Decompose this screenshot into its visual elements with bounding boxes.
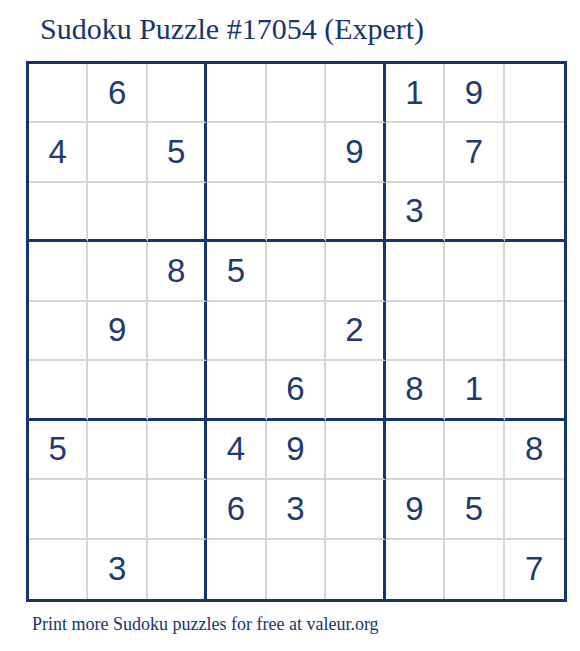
sudoku-cell-r6c4 [207, 361, 266, 420]
sudoku-cell-r6c2 [88, 361, 147, 420]
sudoku-cell-r3c9 [505, 183, 564, 242]
sudoku-cell-r5c5 [267, 302, 326, 361]
sudoku-cell-r1c3 [148, 64, 207, 123]
sudoku-cell-r6c6 [326, 361, 385, 420]
sudoku-cell-r8c8: 5 [445, 480, 504, 539]
sudoku-cell-r9c1 [29, 540, 88, 599]
sudoku-cell-r5c9 [505, 302, 564, 361]
sudoku-cell-r7c9: 8 [505, 421, 564, 480]
sudoku-cell-r7c2 [88, 421, 147, 480]
sudoku-cell-r2c6: 9 [326, 123, 385, 182]
page-title: Sudoku Puzzle #17054 (Expert) [40, 12, 424, 46]
sudoku-cell-r9c6 [326, 540, 385, 599]
sudoku-cell-r4c3: 8 [148, 242, 207, 301]
sudoku-cell-r1c6 [326, 64, 385, 123]
sudoku-cell-r3c1 [29, 183, 88, 242]
sudoku-cell-r9c8 [445, 540, 504, 599]
sudoku-cell-r1c5 [267, 64, 326, 123]
sudoku-cell-r9c7 [386, 540, 445, 599]
sudoku-cell-r7c5: 9 [267, 421, 326, 480]
sudoku-cell-r3c3 [148, 183, 207, 242]
sudoku-cell-r4c7 [386, 242, 445, 301]
sudoku-cell-r3c2 [88, 183, 147, 242]
sudoku-page: Sudoku Puzzle #17054 (Expert) 6194597385… [0, 0, 580, 651]
sudoku-cell-r6c1 [29, 361, 88, 420]
sudoku-cell-r3c4 [207, 183, 266, 242]
sudoku-cell-r9c5 [267, 540, 326, 599]
sudoku-cell-r8c9 [505, 480, 564, 539]
sudoku-cell-r5c8 [445, 302, 504, 361]
sudoku-cell-r1c7: 1 [386, 64, 445, 123]
sudoku-cell-r5c4 [207, 302, 266, 361]
sudoku-cell-r1c8: 9 [445, 64, 504, 123]
sudoku-cell-r4c6 [326, 242, 385, 301]
sudoku-cell-r1c4 [207, 64, 266, 123]
sudoku-cell-r7c8 [445, 421, 504, 480]
sudoku-cell-r9c4 [207, 540, 266, 599]
sudoku-cell-r2c5 [267, 123, 326, 182]
footer-text: Print more Sudoku puzzles for free at va… [32, 614, 379, 635]
sudoku-cell-r9c2: 3 [88, 540, 147, 599]
sudoku-cell-r5c1 [29, 302, 88, 361]
sudoku-cell-r9c3 [148, 540, 207, 599]
sudoku-cell-r8c3 [148, 480, 207, 539]
sudoku-cell-r2c2 [88, 123, 147, 182]
sudoku-cell-r4c5 [267, 242, 326, 301]
sudoku-cell-r3c6 [326, 183, 385, 242]
sudoku-cell-r8c2 [88, 480, 147, 539]
sudoku-cell-r6c3 [148, 361, 207, 420]
sudoku-cell-r8c7: 9 [386, 480, 445, 539]
sudoku-cell-r5c3 [148, 302, 207, 361]
sudoku-cell-r7c3 [148, 421, 207, 480]
sudoku-cell-r4c2 [88, 242, 147, 301]
sudoku-cell-r1c1 [29, 64, 88, 123]
sudoku-cell-r8c5: 3 [267, 480, 326, 539]
sudoku-cell-r2c7 [386, 123, 445, 182]
sudoku-cell-r2c8: 7 [445, 123, 504, 182]
sudoku-cell-r5c6: 2 [326, 302, 385, 361]
sudoku-cell-r7c1: 5 [29, 421, 88, 480]
sudoku-cell-r2c1: 4 [29, 123, 88, 182]
sudoku-cell-r6c8: 1 [445, 361, 504, 420]
sudoku-cell-r3c7: 3 [386, 183, 445, 242]
sudoku-cell-r1c9 [505, 64, 564, 123]
sudoku-cell-r6c5: 6 [267, 361, 326, 420]
sudoku-cell-r4c8 [445, 242, 504, 301]
sudoku-cell-r5c2: 9 [88, 302, 147, 361]
sudoku-cell-r2c3: 5 [148, 123, 207, 182]
sudoku-cell-r4c1 [29, 242, 88, 301]
sudoku-cell-r2c9 [505, 123, 564, 182]
sudoku-cell-r3c5 [267, 183, 326, 242]
sudoku-cell-r9c9: 7 [505, 540, 564, 599]
sudoku-cell-r7c7 [386, 421, 445, 480]
sudoku-board: 6194597385926815498639537 [26, 61, 567, 602]
sudoku-cell-r1c2: 6 [88, 64, 147, 123]
sudoku-cell-r7c6 [326, 421, 385, 480]
sudoku-cell-r6c7: 8 [386, 361, 445, 420]
sudoku-cell-r4c9 [505, 242, 564, 301]
sudoku-cell-r7c4: 4 [207, 421, 266, 480]
sudoku-cell-r8c4: 6 [207, 480, 266, 539]
sudoku-cell-r6c9 [505, 361, 564, 420]
sudoku-cell-r8c6 [326, 480, 385, 539]
sudoku-cell-r3c8 [445, 183, 504, 242]
sudoku-cell-r2c4 [207, 123, 266, 182]
sudoku-cell-r4c4: 5 [207, 242, 266, 301]
sudoku-cell-r8c1 [29, 480, 88, 539]
sudoku-cell-r5c7 [386, 302, 445, 361]
